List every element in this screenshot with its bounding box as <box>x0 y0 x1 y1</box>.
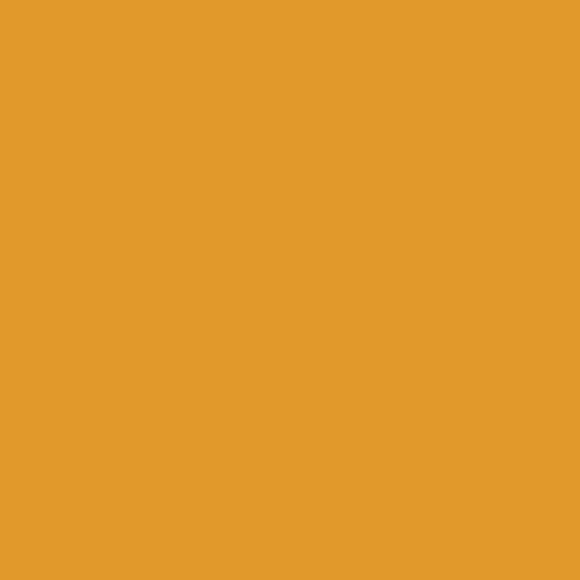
go-board <box>24 25 556 557</box>
go-app: { "game": "go", "board": { "size": 19, "… <box>0 0 580 580</box>
